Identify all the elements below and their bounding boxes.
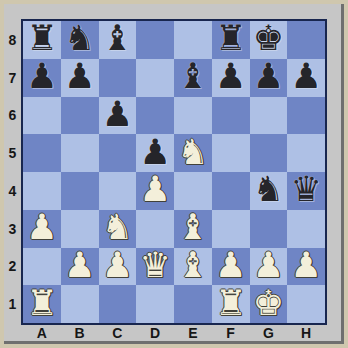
chess-board: ♜♞♝♜♚♟♟♝♟♟♟♟♟♞♟♞♛♟♞♝♟♟♛♝♟♟♟♜♜♚: [21, 19, 327, 325]
square-b7[interactable]: ♟: [61, 59, 99, 97]
file-label-F: F: [212, 325, 250, 341]
square-a1[interactable]: ♜: [23, 285, 61, 323]
square-a3[interactable]: ♟: [23, 210, 61, 248]
rank-label-8: 8: [4, 21, 21, 59]
square-c1[interactable]: [99, 285, 137, 323]
square-g2[interactable]: ♟: [250, 248, 288, 286]
square-b3[interactable]: [61, 210, 99, 248]
white-pawn[interactable]: ♟: [26, 210, 57, 245]
square-b6[interactable]: [61, 97, 99, 135]
black-knight[interactable]: ♞: [64, 21, 95, 56]
square-f7[interactable]: ♟: [212, 59, 250, 97]
black-pawn[interactable]: ♟: [215, 59, 246, 94]
rank-label-3: 3: [4, 210, 21, 248]
square-e6[interactable]: [174, 97, 212, 135]
black-rook[interactable]: ♜: [215, 21, 246, 56]
square-f3[interactable]: [212, 210, 250, 248]
square-h1[interactable]: [287, 285, 325, 323]
square-f6[interactable]: [212, 97, 250, 135]
square-h5[interactable]: [287, 134, 325, 172]
square-d8[interactable]: [136, 21, 174, 59]
square-h6[interactable]: [287, 97, 325, 135]
white-king[interactable]: ♚: [253, 286, 284, 321]
black-bishop[interactable]: ♝: [102, 21, 133, 56]
square-f5[interactable]: [212, 134, 250, 172]
white-bishop[interactable]: ♝: [177, 210, 208, 245]
rank-label-6: 6: [4, 97, 21, 135]
white-queen[interactable]: ♛: [139, 248, 170, 283]
square-c2[interactable]: ♟: [99, 248, 137, 286]
file-label-H: H: [287, 325, 325, 341]
square-e4[interactable]: [174, 172, 212, 210]
square-g1[interactable]: ♚: [250, 285, 288, 323]
square-c6[interactable]: ♟: [99, 97, 137, 135]
square-b5[interactable]: [61, 134, 99, 172]
square-d6[interactable]: [136, 97, 174, 135]
square-e8[interactable]: [174, 21, 212, 59]
square-f2[interactable]: ♟: [212, 248, 250, 286]
white-pawn[interactable]: ♟: [290, 248, 321, 283]
black-pawn[interactable]: ♟: [26, 59, 57, 94]
square-c3[interactable]: ♞: [99, 210, 137, 248]
white-pawn[interactable]: ♟: [64, 248, 95, 283]
square-c4[interactable]: [99, 172, 137, 210]
square-h2[interactable]: ♟: [287, 248, 325, 286]
square-h4[interactable]: ♛: [287, 172, 325, 210]
rank-labels: 87654321: [4, 21, 21, 323]
square-a5[interactable]: [23, 134, 61, 172]
file-label-G: G: [250, 325, 288, 341]
square-f8[interactable]: ♜: [212, 21, 250, 59]
square-g6[interactable]: [250, 97, 288, 135]
black-pawn[interactable]: ♟: [102, 97, 133, 132]
square-g4[interactable]: ♞: [250, 172, 288, 210]
square-e2[interactable]: ♝: [174, 248, 212, 286]
black-queen[interactable]: ♛: [290, 172, 321, 207]
file-label-A: A: [23, 325, 61, 341]
square-g3[interactable]: [250, 210, 288, 248]
rank-label-4: 4: [4, 172, 21, 210]
square-g8[interactable]: ♚: [250, 21, 288, 59]
white-rook[interactable]: ♜: [26, 286, 57, 321]
square-e5[interactable]: ♞: [174, 134, 212, 172]
rank-label-2: 2: [4, 248, 21, 286]
square-d1[interactable]: [136, 285, 174, 323]
square-d3[interactable]: [136, 210, 174, 248]
chessboard-panel: 87654321 ♜♞♝♜♚♟♟♝♟♟♟♟♟♞♟♞♛♟♞♝♟♟♛♝♟♟♟♜♜♚ …: [0, 0, 348, 348]
square-e7[interactable]: ♝: [174, 59, 212, 97]
square-b2[interactable]: ♟: [61, 248, 99, 286]
square-h7[interactable]: ♟: [287, 59, 325, 97]
white-rook[interactable]: ♜: [215, 286, 246, 321]
black-pawn[interactable]: ♟: [253, 59, 284, 94]
black-knight[interactable]: ♞: [253, 172, 284, 207]
black-pawn[interactable]: ♟: [290, 59, 321, 94]
white-pawn[interactable]: ♟: [215, 248, 246, 283]
square-h8[interactable]: [287, 21, 325, 59]
file-label-C: C: [99, 325, 137, 341]
square-e3[interactable]: ♝: [174, 210, 212, 248]
square-d2[interactable]: ♛: [136, 248, 174, 286]
square-c8[interactable]: ♝: [99, 21, 137, 59]
square-a4[interactable]: [23, 172, 61, 210]
square-a8[interactable]: ♜: [23, 21, 61, 59]
rank-label-1: 1: [4, 285, 21, 323]
square-d4[interactable]: ♟: [136, 172, 174, 210]
file-label-D: D: [136, 325, 174, 341]
black-bishop[interactable]: ♝: [177, 59, 208, 94]
white-knight[interactable]: ♞: [102, 210, 133, 245]
square-e1[interactable]: [174, 285, 212, 323]
square-b4[interactable]: [61, 172, 99, 210]
square-c5[interactable]: [99, 134, 137, 172]
square-b8[interactable]: ♞: [61, 21, 99, 59]
square-b1[interactable]: [61, 285, 99, 323]
square-a7[interactable]: ♟: [23, 59, 61, 97]
black-rook[interactable]: ♜: [26, 21, 57, 56]
rank-label-7: 7: [4, 59, 21, 97]
file-labels: ABCDEFGH: [23, 325, 325, 341]
square-h3[interactable]: [287, 210, 325, 248]
white-pawn[interactable]: ♟: [139, 172, 170, 207]
square-d7[interactable]: [136, 59, 174, 97]
square-f4[interactable]: [212, 172, 250, 210]
rank-label-5: 5: [4, 134, 21, 172]
square-c7[interactable]: [99, 59, 137, 97]
white-bishop[interactable]: ♝: [177, 248, 208, 283]
square-f1[interactable]: ♜: [212, 285, 250, 323]
square-a6[interactable]: [23, 97, 61, 135]
square-a2[interactable]: [23, 248, 61, 286]
white-pawn[interactable]: ♟: [253, 248, 284, 283]
white-pawn[interactable]: ♟: [102, 248, 133, 283]
file-label-B: B: [61, 325, 99, 341]
black-pawn[interactable]: ♟: [64, 59, 95, 94]
square-g7[interactable]: ♟: [250, 59, 288, 97]
file-label-E: E: [174, 325, 212, 341]
black-pawn[interactable]: ♟: [139, 135, 170, 170]
white-knight[interactable]: ♞: [177, 135, 208, 170]
square-g5[interactable]: [250, 134, 288, 172]
black-king[interactable]: ♚: [253, 21, 284, 56]
square-d5[interactable]: ♟: [136, 134, 174, 172]
